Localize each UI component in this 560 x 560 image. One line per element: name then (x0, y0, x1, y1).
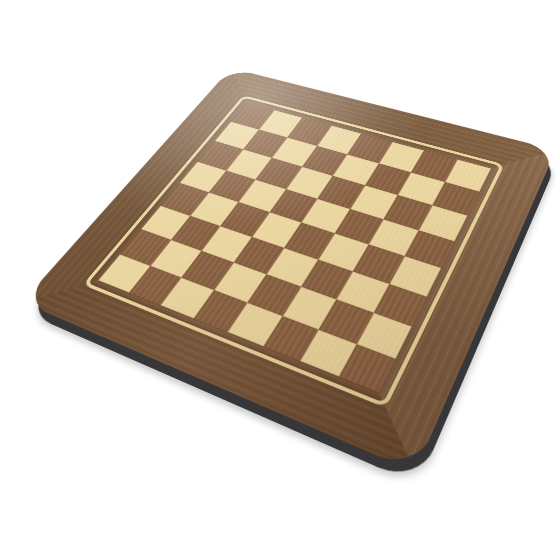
photo-background (0, 0, 560, 560)
chess-board (22, 68, 556, 472)
